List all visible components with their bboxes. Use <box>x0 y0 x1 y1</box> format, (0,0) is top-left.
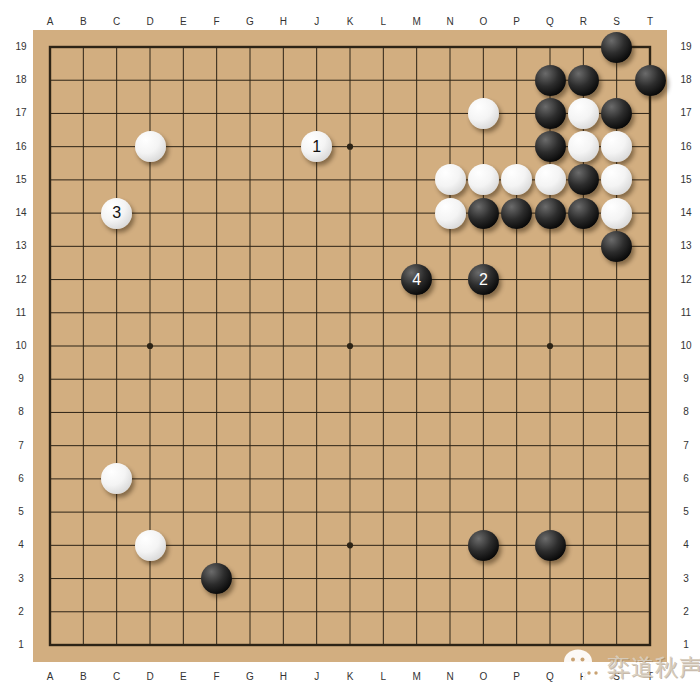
stone-black-O4[interactable] <box>468 530 499 561</box>
row-label-left-8: 8 <box>18 407 24 417</box>
stone-black-Q14[interactable] <box>535 198 566 229</box>
stone-white-N14[interactable] <box>435 198 466 229</box>
stone-white-R17[interactable] <box>568 98 599 129</box>
row-label-left-11: 11 <box>16 308 26 318</box>
col-label-top-P: P <box>513 17 520 27</box>
row-label-right-13: 13 <box>680 241 691 251</box>
col-label-top-S: S <box>613 17 620 27</box>
col-label-top-F: F <box>214 17 220 27</box>
row-label-right-18: 18 <box>680 75 691 85</box>
watermark: 弈道秋声 <box>562 644 700 690</box>
go-board[interactable]: 1342 <box>33 30 667 662</box>
stone-black-F3[interactable] <box>201 563 232 594</box>
col-label-top-C: C <box>113 17 120 27</box>
col-label-top-M: M <box>412 17 420 27</box>
row-label-left-9: 9 <box>18 374 24 384</box>
row-label-right-3: 3 <box>683 574 689 584</box>
col-label-bottom-F: F <box>214 672 220 682</box>
row-label-left-17: 17 <box>15 108 26 118</box>
row-label-left-19: 19 <box>15 42 26 52</box>
col-label-bottom-N: N <box>446 672 453 682</box>
stone-white-S14[interactable] <box>601 198 632 229</box>
row-label-right-9: 9 <box>683 374 689 384</box>
col-label-top-K: K <box>347 17 354 27</box>
row-label-left-1: 1 <box>18 640 24 650</box>
stone-black-Q17[interactable] <box>535 98 566 129</box>
col-label-bottom-D: D <box>146 672 153 682</box>
col-label-bottom-E: E <box>180 672 187 682</box>
col-label-bottom-P: P <box>513 672 520 682</box>
row-label-left-10: 10 <box>15 341 26 351</box>
row-label-left-18: 18 <box>15 75 26 85</box>
stone-white-O17[interactable] <box>468 98 499 129</box>
stone-black-Q4[interactable] <box>535 530 566 561</box>
move-number-1: 1 <box>312 139 321 155</box>
star-point-K4 <box>347 542 353 548</box>
row-label-right-7: 7 <box>683 441 689 451</box>
row-label-right-2: 2 <box>683 607 689 617</box>
stone-white-O15[interactable] <box>468 164 499 195</box>
row-label-right-16: 16 <box>680 142 691 152</box>
go-diagram-page: 1342 AABBCCDDEEFFGGHHJJKKLLMMNNOOPPQQRRS… <box>0 0 700 700</box>
row-label-right-4: 4 <box>683 540 689 550</box>
stone-black-S17[interactable] <box>601 98 632 129</box>
col-label-top-E: E <box>180 17 187 27</box>
col-label-top-R: R <box>580 17 587 27</box>
stone-black-T18[interactable] <box>635 65 666 96</box>
row-label-left-3: 3 <box>18 574 24 584</box>
row-label-right-6: 6 <box>683 474 689 484</box>
col-label-bottom-Q: Q <box>546 672 554 682</box>
row-label-right-12: 12 <box>680 275 691 285</box>
col-label-bottom-J: J <box>314 672 319 682</box>
row-label-left-16: 16 <box>15 142 26 152</box>
star-point-K16 <box>347 144 353 150</box>
stone-white-C14[interactable]: 3 <box>101 198 132 229</box>
row-label-right-17: 17 <box>680 108 691 118</box>
stone-white-R16[interactable] <box>568 131 599 162</box>
stone-white-N15[interactable] <box>435 164 466 195</box>
move-number-3: 3 <box>112 205 121 221</box>
col-label-bottom-M: M <box>412 672 420 682</box>
star-point-Q10 <box>547 343 553 349</box>
row-label-right-5: 5 <box>683 507 689 517</box>
col-label-top-D: D <box>146 17 153 27</box>
col-label-bottom-K: K <box>347 672 354 682</box>
col-label-top-L: L <box>381 17 387 27</box>
move-number-2: 2 <box>479 272 488 288</box>
row-label-left-7: 7 <box>18 441 24 451</box>
col-label-top-J: J <box>314 17 319 27</box>
col-label-top-N: N <box>446 17 453 27</box>
row-label-left-12: 12 <box>15 275 26 285</box>
col-label-top-H: H <box>280 17 287 27</box>
col-label-bottom-H: H <box>280 672 287 682</box>
row-label-right-14: 14 <box>680 208 691 218</box>
col-label-bottom-L: L <box>381 672 387 682</box>
col-label-top-A: A <box>47 17 54 27</box>
col-label-bottom-G: G <box>246 672 254 682</box>
row-label-right-8: 8 <box>683 407 689 417</box>
row-label-right-15: 15 <box>680 175 691 185</box>
stone-black-O14[interactable] <box>468 198 499 229</box>
col-label-top-G: G <box>246 17 254 27</box>
row-label-left-15: 15 <box>15 175 26 185</box>
stone-black-R18[interactable] <box>568 65 599 96</box>
row-label-left-4: 4 <box>18 540 24 550</box>
row-label-right-19: 19 <box>680 42 691 52</box>
star-point-D10 <box>147 343 153 349</box>
row-label-right-11: 11 <box>681 308 691 318</box>
row-label-left-2: 2 <box>18 607 24 617</box>
stone-black-M12[interactable]: 4 <box>401 264 432 295</box>
row-label-left-5: 5 <box>18 507 24 517</box>
col-label-bottom-C: C <box>113 672 120 682</box>
row-label-left-14: 14 <box>15 208 26 218</box>
row-label-right-10: 10 <box>680 341 691 351</box>
row-label-left-6: 6 <box>18 474 24 484</box>
star-point-K10 <box>347 343 353 349</box>
col-label-top-Q: Q <box>546 17 554 27</box>
col-label-bottom-O: O <box>479 672 487 682</box>
stone-black-Q16[interactable] <box>535 131 566 162</box>
stone-white-D16[interactable] <box>135 131 166 162</box>
col-label-top-B: B <box>80 17 87 27</box>
stone-black-P14[interactable] <box>501 198 532 229</box>
stone-black-S19[interactable] <box>601 32 632 63</box>
move-number-4: 4 <box>412 272 421 288</box>
stone-black-R15[interactable] <box>568 164 599 195</box>
wechat-logo-icon <box>562 647 604 687</box>
col-label-bottom-A: A <box>47 672 54 682</box>
col-label-top-O: O <box>479 17 487 27</box>
stone-black-R14[interactable] <box>568 198 599 229</box>
stone-white-D4[interactable] <box>135 530 166 561</box>
stone-white-Q15[interactable] <box>535 164 566 195</box>
stone-black-S13[interactable] <box>601 231 632 262</box>
col-label-bottom-B: B <box>80 672 87 682</box>
stone-black-O12[interactable]: 2 <box>468 264 499 295</box>
col-label-top-T: T <box>647 17 653 27</box>
row-label-left-13: 13 <box>15 241 26 251</box>
stone-black-Q18[interactable] <box>535 65 566 96</box>
watermark-text: 弈道秋声 <box>607 656 700 679</box>
